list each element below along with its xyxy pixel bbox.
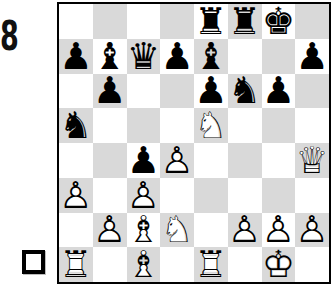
square-g3 xyxy=(262,178,296,213)
chess-diagram-page: 8 ♜♜♚♟♝♛♟♝♟♟♟♞♟♞♞♘♟♟♙♛♕♟♙♟♙♟♙♝♗♞♘♟♙♟♙♟♙♜… xyxy=(0,0,332,285)
white-pawn-b2: ♟♙ xyxy=(93,211,126,248)
black-pawn-g6: ♟ xyxy=(262,72,295,109)
square-h2: ♟♙ xyxy=(295,213,329,248)
square-d5 xyxy=(160,108,194,143)
black-knight-f6: ♞ xyxy=(228,72,261,109)
square-f6: ♞ xyxy=(228,74,262,109)
white-knight-e5: ♞♘ xyxy=(194,107,227,144)
square-b1 xyxy=(93,247,127,282)
square-d3 xyxy=(160,178,194,213)
square-h8 xyxy=(295,4,329,39)
chess-board: ♜♜♚♟♝♛♟♝♟♟♟♞♟♞♞♘♟♟♙♛♕♟♙♟♙♟♙♝♗♞♘♟♙♟♙♟♙♜♖♝… xyxy=(57,2,331,284)
square-f4 xyxy=(228,143,262,178)
square-c3: ♟♙ xyxy=(127,178,161,213)
square-a6 xyxy=(59,74,93,109)
square-c2: ♝♗ xyxy=(127,213,161,248)
white-pawn-a3: ♟♙ xyxy=(59,177,92,214)
black-king-g8: ♚ xyxy=(262,3,295,40)
square-d2: ♞♘ xyxy=(160,213,194,248)
white-pawn-d4: ♟♙ xyxy=(161,142,194,179)
white-knight-d2: ♞♘ xyxy=(161,211,194,248)
white-rook-e1: ♜♖ xyxy=(194,246,227,283)
black-pawn-d7: ♟ xyxy=(161,38,194,75)
square-a4 xyxy=(59,143,93,178)
black-pawn-b6: ♟ xyxy=(93,72,126,109)
square-h5 xyxy=(295,108,329,143)
square-g1: ♚♔ xyxy=(262,247,296,282)
square-d1 xyxy=(160,247,194,282)
square-g5 xyxy=(262,108,296,143)
square-a1: ♜♖ xyxy=(59,247,93,282)
square-e7: ♝ xyxy=(194,39,228,74)
white-king-g1: ♚♔ xyxy=(262,246,295,283)
square-d4: ♟♙ xyxy=(160,143,194,178)
diagram-number: 8 xyxy=(0,16,19,57)
square-c5 xyxy=(127,108,161,143)
square-h3 xyxy=(295,178,329,213)
square-h6 xyxy=(295,74,329,109)
square-b8 xyxy=(93,4,127,39)
square-h7: ♟ xyxy=(295,39,329,74)
square-g2: ♟♙ xyxy=(262,213,296,248)
square-d8 xyxy=(160,4,194,39)
square-f5 xyxy=(228,108,262,143)
black-pawn-a7: ♟ xyxy=(59,38,92,75)
white-pawn-h2: ♟♙ xyxy=(296,211,329,248)
white-queen-h4: ♛♕ xyxy=(296,142,329,179)
square-e5: ♞♘ xyxy=(194,108,228,143)
white-pawn-f2: ♟♙ xyxy=(228,211,261,248)
square-b7: ♝ xyxy=(93,39,127,74)
square-f7 xyxy=(228,39,262,74)
square-f3 xyxy=(228,178,262,213)
square-c4: ♟ xyxy=(127,143,161,178)
square-f1 xyxy=(228,247,262,282)
square-b5 xyxy=(93,108,127,143)
square-e3 xyxy=(194,178,228,213)
square-g7 xyxy=(262,39,296,74)
square-a3: ♟♙ xyxy=(59,178,93,213)
square-a5: ♞ xyxy=(59,108,93,143)
square-e2 xyxy=(194,213,228,248)
square-h4: ♛♕ xyxy=(295,143,329,178)
square-c7: ♛ xyxy=(127,39,161,74)
square-e4 xyxy=(194,143,228,178)
white-to-move-indicator xyxy=(22,250,45,274)
black-pawn-h7: ♟ xyxy=(296,38,329,75)
square-e6: ♟ xyxy=(194,74,228,109)
square-a7: ♟ xyxy=(59,39,93,74)
square-g6: ♟ xyxy=(262,74,296,109)
square-c6 xyxy=(127,74,161,109)
black-rook-f8: ♜ xyxy=(228,3,261,40)
black-queen-c7: ♛ xyxy=(127,38,160,75)
square-b4 xyxy=(93,143,127,178)
square-c1: ♝♗ xyxy=(127,247,161,282)
square-g8: ♚ xyxy=(262,4,296,39)
white-rook-a1: ♜♖ xyxy=(59,246,92,283)
square-d7: ♟ xyxy=(160,39,194,74)
square-e1: ♜♖ xyxy=(194,247,228,282)
square-h1 xyxy=(295,247,329,282)
square-a8 xyxy=(59,4,93,39)
white-bishop-c1: ♝♗ xyxy=(127,246,160,283)
square-f2: ♟♙ xyxy=(228,213,262,248)
square-e8: ♜ xyxy=(194,4,228,39)
square-b6: ♟ xyxy=(93,74,127,109)
square-a2 xyxy=(59,213,93,248)
square-b3 xyxy=(93,178,127,213)
square-g4 xyxy=(262,143,296,178)
square-c8 xyxy=(127,4,161,39)
square-f8: ♜ xyxy=(228,4,262,39)
square-b2: ♟♙ xyxy=(93,213,127,248)
square-d6 xyxy=(160,74,194,109)
black-knight-a5: ♞ xyxy=(59,107,92,144)
